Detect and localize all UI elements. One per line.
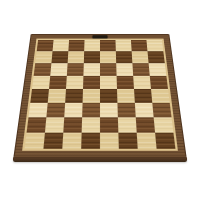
square-g3 <box>135 103 154 118</box>
square-h5 <box>150 76 168 89</box>
square-g4 <box>134 89 152 103</box>
square-f3 <box>117 103 135 118</box>
square-a4 <box>30 89 49 103</box>
square-c7 <box>68 51 85 63</box>
square-c6 <box>67 63 84 76</box>
board-frame <box>13 34 186 158</box>
square-h6 <box>149 63 167 76</box>
square-a7 <box>35 51 52 63</box>
square-e7 <box>100 51 116 63</box>
square-d3 <box>82 103 100 118</box>
board-grid <box>25 40 176 149</box>
square-g1 <box>137 133 157 149</box>
square-c1 <box>62 133 81 149</box>
square-f8 <box>115 40 131 51</box>
square-d5 <box>83 76 100 89</box>
square-b3 <box>46 103 65 118</box>
square-f6 <box>116 63 133 76</box>
square-c8 <box>68 40 84 51</box>
square-d8 <box>84 40 100 51</box>
square-c4 <box>65 89 83 103</box>
square-d1 <box>81 133 100 149</box>
square-d6 <box>83 63 100 76</box>
square-e3 <box>100 103 118 118</box>
square-b7 <box>51 51 68 63</box>
square-g2 <box>136 117 155 132</box>
square-b8 <box>53 40 70 51</box>
square-c2 <box>63 117 82 132</box>
square-h8 <box>146 40 163 51</box>
square-b5 <box>49 76 67 89</box>
square-e1 <box>100 133 119 149</box>
square-d7 <box>84 51 100 63</box>
square-a6 <box>34 63 52 76</box>
square-h3 <box>152 103 171 118</box>
square-b1 <box>43 133 63 149</box>
square-g8 <box>131 40 148 51</box>
square-a8 <box>37 40 54 51</box>
product-photo <box>0 0 200 200</box>
square-c5 <box>66 76 83 89</box>
square-d2 <box>82 117 100 132</box>
square-h4 <box>151 89 170 103</box>
square-b2 <box>45 117 64 132</box>
square-b4 <box>48 89 66 103</box>
square-h1 <box>155 133 175 149</box>
square-e2 <box>100 117 118 132</box>
square-f1 <box>118 133 137 149</box>
square-g6 <box>132 63 149 76</box>
square-f2 <box>118 117 137 132</box>
square-f7 <box>116 51 133 63</box>
square-e4 <box>100 89 117 103</box>
square-b6 <box>50 63 67 76</box>
square-a2 <box>27 117 47 132</box>
square-e8 <box>100 40 116 51</box>
square-e6 <box>100 63 117 76</box>
square-h2 <box>154 117 174 132</box>
square-g5 <box>133 76 151 89</box>
inlay-border <box>22 39 178 151</box>
square-a1 <box>25 133 45 149</box>
square-c3 <box>64 103 82 118</box>
square-g7 <box>132 51 149 63</box>
square-h7 <box>147 51 164 63</box>
square-f5 <box>117 76 134 89</box>
chess-board <box>13 34 186 158</box>
square-e5 <box>100 76 117 89</box>
square-a5 <box>32 76 50 89</box>
square-f4 <box>117 89 135 103</box>
square-d4 <box>83 89 100 103</box>
square-a3 <box>28 103 47 118</box>
